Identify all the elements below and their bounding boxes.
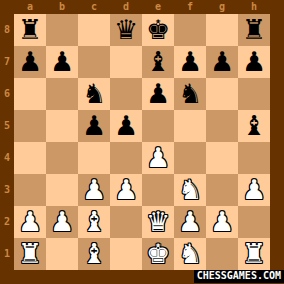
square-c6: ♞ xyxy=(78,78,110,110)
black-bishop: ♝ xyxy=(142,46,174,78)
square-h4 xyxy=(238,142,270,174)
square-e8: ♚ xyxy=(142,14,174,46)
square-h6 xyxy=(238,78,270,110)
white-pawn: ♟ xyxy=(46,206,78,238)
rank-label-6: 6 xyxy=(0,78,14,110)
square-c3: ♟ xyxy=(78,174,110,206)
square-d8: ♛ xyxy=(110,14,142,46)
square-a3 xyxy=(14,174,46,206)
square-g7: ♟ xyxy=(206,46,238,78)
chessgames-watermark: CHESSGAMES.COM xyxy=(194,270,284,283)
rank-label-7: 7 xyxy=(0,46,14,78)
white-king: ♚ xyxy=(142,238,174,270)
square-f7: ♟ xyxy=(174,46,206,78)
square-c2: ♝ xyxy=(78,206,110,238)
square-e7: ♝ xyxy=(142,46,174,78)
square-a8: ♜ xyxy=(14,14,46,46)
square-d2 xyxy=(110,206,142,238)
square-a7: ♟ xyxy=(14,46,46,78)
square-e5 xyxy=(142,110,174,142)
square-g2: ♟ xyxy=(206,206,238,238)
square-f3: ♞ xyxy=(174,174,206,206)
file-label-h: h xyxy=(238,0,270,14)
square-e3 xyxy=(142,174,174,206)
square-b3 xyxy=(46,174,78,206)
square-b4 xyxy=(46,142,78,174)
square-g1 xyxy=(206,238,238,270)
square-f8 xyxy=(174,14,206,46)
rank-label-8: 8 xyxy=(0,14,14,46)
square-f6: ♞ xyxy=(174,78,206,110)
square-f4 xyxy=(174,142,206,174)
white-pawn: ♟ xyxy=(142,142,174,174)
square-h3: ♟ xyxy=(238,174,270,206)
square-e2: ♛ xyxy=(142,206,174,238)
square-c5: ♟ xyxy=(78,110,110,142)
square-c1: ♝ xyxy=(78,238,110,270)
white-pawn: ♟ xyxy=(238,174,270,206)
white-rook: ♜ xyxy=(14,238,46,270)
square-d6 xyxy=(110,78,142,110)
white-bishop: ♝ xyxy=(78,238,110,270)
square-g4 xyxy=(206,142,238,174)
black-pawn: ♟ xyxy=(78,110,110,142)
chess-diagram: abcdefgh 87654321 ♜♛♚♜♟♟♝♟♟♟♞♟♞♟♟♝♟♟♟♞♟♟… xyxy=(0,0,284,284)
white-pawn: ♟ xyxy=(110,174,142,206)
white-pawn: ♟ xyxy=(174,206,206,238)
square-c4 xyxy=(78,142,110,174)
square-d5: ♟ xyxy=(110,110,142,142)
square-a5 xyxy=(14,110,46,142)
square-c8 xyxy=(78,14,110,46)
square-e1: ♚ xyxy=(142,238,174,270)
file-label-c: c xyxy=(78,0,110,14)
square-g3 xyxy=(206,174,238,206)
rank-label-3: 3 xyxy=(0,174,14,206)
square-h8: ♜ xyxy=(238,14,270,46)
square-b6 xyxy=(46,78,78,110)
black-knight: ♞ xyxy=(78,78,110,110)
file-labels: abcdefgh xyxy=(14,0,270,14)
square-g6 xyxy=(206,78,238,110)
rank-label-4: 4 xyxy=(0,142,14,174)
square-h1: ♜ xyxy=(238,238,270,270)
white-rook: ♜ xyxy=(238,238,270,270)
square-f2: ♟ xyxy=(174,206,206,238)
square-c7 xyxy=(78,46,110,78)
square-g8 xyxy=(206,14,238,46)
square-d7 xyxy=(110,46,142,78)
black-pawn: ♟ xyxy=(142,78,174,110)
square-a4 xyxy=(14,142,46,174)
black-bishop: ♝ xyxy=(238,110,270,142)
black-rook: ♜ xyxy=(14,14,46,46)
black-pawn: ♟ xyxy=(238,46,270,78)
white-queen: ♛ xyxy=(142,206,174,238)
black-pawn: ♟ xyxy=(110,110,142,142)
square-f5 xyxy=(174,110,206,142)
white-pawn: ♟ xyxy=(206,206,238,238)
square-b8 xyxy=(46,14,78,46)
square-a2: ♟ xyxy=(14,206,46,238)
file-label-a: a xyxy=(14,0,46,14)
square-b7: ♟ xyxy=(46,46,78,78)
black-king: ♚ xyxy=(142,14,174,46)
square-d3: ♟ xyxy=(110,174,142,206)
white-bishop: ♝ xyxy=(78,206,110,238)
rank-labels: 87654321 xyxy=(0,14,14,270)
square-b2: ♟ xyxy=(46,206,78,238)
chess-board: ♜♛♚♜♟♟♝♟♟♟♞♟♞♟♟♝♟♟♟♞♟♟♟♝♛♟♟♜♝♚♞♜ xyxy=(14,14,270,270)
file-label-b: b xyxy=(46,0,78,14)
square-d4 xyxy=(110,142,142,174)
square-a1: ♜ xyxy=(14,238,46,270)
white-knight: ♞ xyxy=(174,238,206,270)
white-pawn: ♟ xyxy=(78,174,110,206)
square-a6 xyxy=(14,78,46,110)
square-e6: ♟ xyxy=(142,78,174,110)
black-queen: ♛ xyxy=(110,14,142,46)
square-d1 xyxy=(110,238,142,270)
file-label-e: e xyxy=(142,0,174,14)
file-label-f: f xyxy=(174,0,206,14)
square-h2 xyxy=(238,206,270,238)
black-pawn: ♟ xyxy=(46,46,78,78)
rank-label-5: 5 xyxy=(0,110,14,142)
square-h5: ♝ xyxy=(238,110,270,142)
file-label-d: d xyxy=(110,0,142,14)
black-rook: ♜ xyxy=(238,14,270,46)
square-g5 xyxy=(206,110,238,142)
black-pawn: ♟ xyxy=(174,46,206,78)
black-pawn: ♟ xyxy=(14,46,46,78)
square-b1 xyxy=(46,238,78,270)
square-b5 xyxy=(46,110,78,142)
black-knight: ♞ xyxy=(174,78,206,110)
white-pawn: ♟ xyxy=(14,206,46,238)
black-pawn: ♟ xyxy=(206,46,238,78)
square-f1: ♞ xyxy=(174,238,206,270)
square-h7: ♟ xyxy=(238,46,270,78)
white-knight: ♞ xyxy=(174,174,206,206)
square-e4: ♟ xyxy=(142,142,174,174)
rank-label-2: 2 xyxy=(0,206,14,238)
file-label-g: g xyxy=(206,0,238,14)
rank-label-1: 1 xyxy=(0,238,14,270)
